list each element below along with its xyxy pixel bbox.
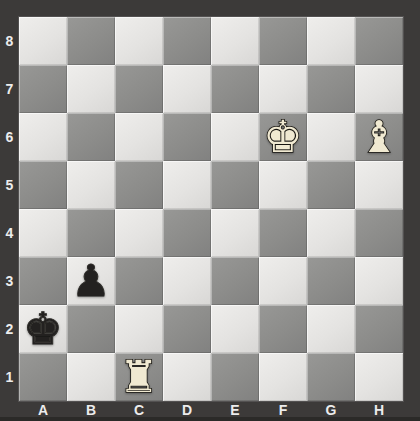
rank-label-4: 4 (0, 209, 19, 257)
square-f3[interactable] (259, 257, 307, 305)
square-c8[interactable] (115, 17, 163, 65)
square-f6[interactable]: ♚ (259, 113, 307, 161)
square-f1[interactable] (259, 353, 307, 401)
square-c4[interactable] (115, 209, 163, 257)
square-d3[interactable] (163, 257, 211, 305)
square-h7[interactable] (355, 65, 403, 113)
square-c1[interactable]: ♜ (115, 353, 163, 401)
square-e7[interactable] (211, 65, 259, 113)
square-a5[interactable] (19, 161, 67, 209)
square-h2[interactable] (355, 305, 403, 353)
square-e5[interactable] (211, 161, 259, 209)
square-c7[interactable] (115, 65, 163, 113)
square-h1[interactable] (355, 353, 403, 401)
square-f5[interactable] (259, 161, 307, 209)
square-c6[interactable] (115, 113, 163, 161)
square-e1[interactable] (211, 353, 259, 401)
square-d1[interactable] (163, 353, 211, 401)
bottom-strip (0, 417, 420, 421)
square-d2[interactable] (163, 305, 211, 353)
square-h6[interactable]: ♝ (355, 113, 403, 161)
square-d6[interactable] (163, 113, 211, 161)
square-h4[interactable] (355, 209, 403, 257)
square-b1[interactable] (67, 353, 115, 401)
square-c2[interactable] (115, 305, 163, 353)
chess-board: ♚♝♟♚♜ (19, 17, 403, 401)
square-h3[interactable] (355, 257, 403, 305)
piece-black-king-a2[interactable]: ♚ (23, 305, 62, 353)
square-b2[interactable] (67, 305, 115, 353)
square-g7[interactable] (307, 65, 355, 113)
piece-white-king-f6[interactable]: ♚ (263, 113, 302, 161)
square-d4[interactable] (163, 209, 211, 257)
piece-white-rook-c1[interactable]: ♜ (119, 353, 158, 401)
square-c5[interactable] (115, 161, 163, 209)
square-e6[interactable] (211, 113, 259, 161)
square-f2[interactable] (259, 305, 307, 353)
chess-diagram: 87654321 ♚♝♟♚♜ ABCDEFGH (0, 0, 420, 421)
square-f4[interactable] (259, 209, 307, 257)
rank-labels: 87654321 (0, 17, 19, 401)
square-a8[interactable] (19, 17, 67, 65)
square-d7[interactable] (163, 65, 211, 113)
rank-label-7: 7 (0, 65, 19, 113)
square-g2[interactable] (307, 305, 355, 353)
square-e3[interactable] (211, 257, 259, 305)
square-a2[interactable]: ♚ (19, 305, 67, 353)
piece-black-pawn-b3[interactable]: ♟ (71, 257, 110, 305)
rank-label-5: 5 (0, 161, 19, 209)
piece-white-bishop-h6[interactable]: ♝ (359, 113, 398, 161)
square-b3[interactable]: ♟ (67, 257, 115, 305)
square-c3[interactable] (115, 257, 163, 305)
square-b4[interactable] (67, 209, 115, 257)
square-b5[interactable] (67, 161, 115, 209)
square-a1[interactable] (19, 353, 67, 401)
rank-label-6: 6 (0, 113, 19, 161)
square-f7[interactable] (259, 65, 307, 113)
square-h8[interactable] (355, 17, 403, 65)
square-g1[interactable] (307, 353, 355, 401)
square-a7[interactable] (19, 65, 67, 113)
square-e8[interactable] (211, 17, 259, 65)
square-a4[interactable] (19, 209, 67, 257)
square-d8[interactable] (163, 17, 211, 65)
square-g4[interactable] (307, 209, 355, 257)
square-b7[interactable] (67, 65, 115, 113)
square-g6[interactable] (307, 113, 355, 161)
rank-label-2: 2 (0, 305, 19, 353)
square-f8[interactable] (259, 17, 307, 65)
square-a3[interactable] (19, 257, 67, 305)
square-g5[interactable] (307, 161, 355, 209)
square-g8[interactable] (307, 17, 355, 65)
square-b6[interactable] (67, 113, 115, 161)
square-h5[interactable] (355, 161, 403, 209)
square-e2[interactable] (211, 305, 259, 353)
square-b8[interactable] (67, 17, 115, 65)
rank-label-8: 8 (0, 17, 19, 65)
rank-label-3: 3 (0, 257, 19, 305)
square-d5[interactable] (163, 161, 211, 209)
rank-label-1: 1 (0, 353, 19, 401)
square-e4[interactable] (211, 209, 259, 257)
square-a6[interactable] (19, 113, 67, 161)
square-g3[interactable] (307, 257, 355, 305)
